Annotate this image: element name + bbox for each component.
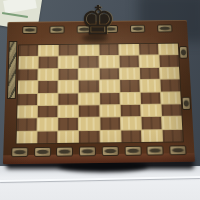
- square-h2[interactable]: [162, 117, 182, 129]
- square-f7[interactable]: [119, 56, 138, 67]
- square-a6[interactable]: [18, 69, 38, 80]
- square-c2[interactable]: [58, 118, 78, 130]
- inlay-medallion: [147, 145, 164, 155]
- inlay-medallion: [49, 25, 64, 33]
- square-c8[interactable]: [59, 45, 78, 56]
- square-d8[interactable]: [79, 44, 98, 55]
- frame-inlay-bottom: [11, 144, 186, 157]
- square-c4[interactable]: [59, 93, 79, 105]
- square-a5[interactable]: [18, 81, 38, 93]
- square-h8[interactable]: [159, 44, 179, 55]
- square-b8[interactable]: [39, 45, 58, 56]
- inlay-medallion: [179, 46, 188, 59]
- square-b4[interactable]: [38, 93, 58, 105]
- square-d2[interactable]: [79, 118, 99, 130]
- square-g3[interactable]: [141, 104, 161, 116]
- inlay-medallion: [169, 145, 186, 155]
- inlay-medallion: [102, 146, 119, 156]
- square-b2[interactable]: [38, 118, 58, 130]
- square-a4[interactable]: [18, 93, 38, 105]
- square-g4[interactable]: [140, 92, 160, 104]
- square-f4[interactable]: [120, 92, 140, 104]
- inlay-medallion: [22, 26, 37, 34]
- square-e4[interactable]: [100, 93, 120, 105]
- square-g6[interactable]: [140, 68, 160, 79]
- square-c6[interactable]: [59, 69, 78, 80]
- stray-piece-dark-king[interactable]: ♚: [80, 0, 108, 42]
- square-c1[interactable]: [58, 131, 78, 143]
- square-c7[interactable]: [59, 57, 78, 68]
- square-b5[interactable]: [38, 81, 58, 93]
- square-f1[interactable]: [121, 130, 141, 142]
- square-a1[interactable]: [17, 131, 37, 143]
- square-g7[interactable]: [139, 56, 159, 67]
- square-c3[interactable]: [59, 105, 79, 117]
- square-h5[interactable]: [160, 80, 180, 92]
- square-a8[interactable]: [19, 45, 38, 56]
- square-f6[interactable]: [119, 68, 139, 79]
- square-d6[interactable]: [79, 68, 98, 79]
- inlay-medallion: [130, 24, 145, 32]
- inlay-medallion: [34, 146, 51, 156]
- square-a3[interactable]: [17, 106, 37, 118]
- square-g2[interactable]: [141, 117, 161, 129]
- square-f3[interactable]: [120, 105, 140, 117]
- square-h1[interactable]: [162, 130, 182, 142]
- square-d1[interactable]: [79, 131, 99, 143]
- square-g8[interactable]: [139, 44, 158, 55]
- square-e1[interactable]: [100, 130, 120, 142]
- square-d3[interactable]: [79, 105, 99, 117]
- square-h3[interactable]: [161, 104, 181, 116]
- square-f5[interactable]: [120, 80, 140, 92]
- square-b1[interactable]: [37, 131, 57, 143]
- square-e2[interactable]: [100, 118, 120, 130]
- square-f8[interactable]: [119, 44, 138, 55]
- frame-inlay-left-strip: [7, 41, 17, 99]
- square-g5[interactable]: [140, 80, 160, 92]
- inlay-medallion: [56, 146, 73, 156]
- square-a2[interactable]: [17, 119, 37, 131]
- square-h4[interactable]: [161, 92, 181, 104]
- square-b3[interactable]: [38, 106, 58, 118]
- square-b6[interactable]: [38, 69, 57, 80]
- square-b7[interactable]: [39, 57, 58, 68]
- inlay-medallion: [124, 145, 141, 155]
- inlay-medallion: [79, 146, 96, 156]
- square-e7[interactable]: [99, 56, 118, 67]
- inlay-medallion: [182, 97, 191, 110]
- square-e3[interactable]: [100, 105, 120, 117]
- square-e8[interactable]: [99, 44, 118, 55]
- square-c5[interactable]: [59, 81, 78, 93]
- square-g1[interactable]: [142, 130, 162, 142]
- square-h7[interactable]: [159, 55, 179, 66]
- playing-area: [15, 43, 183, 145]
- square-e5[interactable]: [99, 80, 119, 92]
- inlay-medallion: [157, 24, 172, 32]
- square-d5[interactable]: [79, 80, 98, 92]
- chessboard-photo-scene: ♚: [0, 0, 200, 200]
- square-d4[interactable]: [79, 93, 99, 105]
- square-f2[interactable]: [121, 117, 141, 129]
- square-a7[interactable]: [18, 57, 37, 68]
- square-d7[interactable]: [79, 56, 98, 67]
- square-e6[interactable]: [99, 68, 118, 79]
- square-h6[interactable]: [160, 67, 180, 78]
- inlay-medallion: [11, 147, 28, 157]
